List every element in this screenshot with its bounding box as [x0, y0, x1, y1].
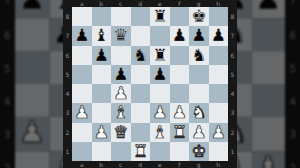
black-pawn-c5: ♟: [113, 65, 128, 82]
square-c6: [111, 46, 131, 65]
bg-rank-label-3: 3: [285, 117, 300, 150]
square-f3: ♟: [170, 103, 190, 122]
square-h4: [209, 84, 229, 103]
file-label-g: g: [189, 0, 209, 7]
square-a1: [72, 142, 92, 161]
square-b6: ♟: [92, 46, 112, 65]
bg-square-h5: [251, 51, 285, 84]
file-label-h: h: [209, 161, 229, 168]
bg-square-h7: ♟: [251, 0, 285, 17]
rank-label-7: 7: [63, 26, 72, 45]
square-h3: [209, 103, 229, 122]
bg-square-h2: ♟: [251, 151, 285, 168]
square-d2: [131, 123, 151, 142]
rank-label-5: 5: [228, 65, 237, 84]
square-c8: [111, 7, 131, 26]
white-king-g1: ♚: [191, 142, 206, 159]
rank-label-8: 8: [228, 7, 237, 26]
square-b4: [92, 84, 112, 103]
bg-white-pawn-h2: ♟: [255, 152, 281, 168]
rank-label-4: 4: [63, 84, 72, 103]
bg-rank-label-5: 5: [285, 51, 300, 84]
rank-label-6: 6: [63, 46, 72, 65]
white-pawn-e3: ♟: [152, 104, 167, 121]
rank-label-1: 1: [63, 142, 72, 161]
square-e3: ♟: [150, 103, 170, 122]
square-e6: ♜: [150, 46, 170, 65]
square-b8: [92, 7, 112, 26]
file-label-g: g: [189, 161, 209, 168]
rank-label-6: 6: [228, 46, 237, 65]
square-g4: [189, 84, 209, 103]
square-d6: ♞: [131, 46, 151, 65]
bg-square-a4: [15, 84, 49, 117]
file-label-h: h: [209, 0, 229, 7]
file-label-c: c: [111, 161, 131, 168]
square-h6: [209, 46, 229, 65]
square-h1: [209, 142, 229, 161]
square-c3: ♝: [111, 103, 131, 122]
file-label-d: d: [131, 0, 151, 7]
black-knight-g6: ♞: [191, 46, 206, 63]
white-pawn-a3: ♟: [74, 104, 89, 121]
file-label-a: a: [72, 161, 92, 168]
black-pawn-f7: ♟: [172, 27, 187, 44]
square-f5: [170, 65, 190, 84]
bg-rank-label-2: 2: [285, 151, 300, 168]
bg-rank-label-2: 2: [0, 151, 15, 168]
rank-label-3: 3: [228, 103, 237, 122]
black-bishop-b7: ♝: [94, 27, 109, 44]
bg-square-h6: [251, 17, 285, 50]
square-h8: [209, 7, 229, 26]
square-e8: ♜: [150, 7, 170, 26]
rank-label-8: 8: [63, 7, 72, 26]
square-d1: ♜: [131, 142, 151, 161]
square-h7: ♟: [209, 26, 229, 45]
file-label-d: d: [131, 161, 151, 168]
black-pawn-a7: ♟: [74, 27, 89, 44]
square-d8: [131, 7, 151, 26]
black-pawn-b6: ♟: [94, 46, 109, 63]
square-h2: ♟: [209, 123, 229, 142]
bg-square-a7: ♟: [15, 0, 49, 17]
white-pawn-f3: ♟: [172, 104, 187, 121]
bg-square-a6: [15, 17, 49, 50]
white-bishop-c3: ♝: [113, 104, 128, 121]
square-f2: ♜: [170, 123, 190, 142]
bg-rank-label-3: 3: [0, 117, 15, 150]
square-g6: ♞: [189, 46, 209, 65]
white-pawn-c4: ♟: [113, 85, 128, 102]
file-label-e: e: [150, 161, 170, 168]
bg-square-a2: [15, 151, 49, 168]
bg-square-h3: [251, 117, 285, 150]
black-rook-e8: ♜: [152, 8, 167, 25]
square-c1: [111, 142, 131, 161]
square-f8: [170, 7, 190, 26]
file-labels-top: abcdefgh: [72, 0, 228, 7]
square-d3: [131, 103, 151, 122]
bg-square-a5: [15, 51, 49, 84]
white-pawn-b2: ♟: [94, 123, 109, 140]
square-e2: ♝: [150, 123, 170, 142]
square-f4: [170, 84, 190, 103]
bg-square-a3: ♟: [15, 117, 49, 150]
rank-label-7: 7: [228, 26, 237, 45]
square-a3: ♟: [72, 103, 92, 122]
square-c5: ♟: [111, 65, 131, 84]
bg-rank-label-7: 7: [0, 0, 15, 17]
square-a6: [72, 46, 92, 65]
square-f7: ♟: [170, 26, 190, 45]
square-h5: [209, 65, 229, 84]
video-frame: abcdefghabcdefgh8765432187654321♜♚♟♝♛♟♟♟…: [0, 0, 300, 168]
bg-white-pawn-a3: ♟: [19, 118, 45, 147]
bg-rank-labels-left: 87654321: [0, 0, 15, 168]
square-b5: [92, 65, 112, 84]
bg-rank-label-6: 6: [0, 17, 15, 50]
square-d5: [131, 65, 151, 84]
square-f6: [170, 46, 190, 65]
black-king-g8: ♚: [191, 8, 206, 25]
bg-black-pawn-a7: ♟: [19, 0, 45, 15]
black-knight-d6: ♞: [133, 46, 148, 63]
square-g8: ♚: [189, 7, 209, 26]
white-pawn-h2: ♟: [211, 123, 226, 140]
black-pawn-h7: ♟: [211, 27, 226, 44]
square-d7: [131, 26, 151, 45]
bg-square-h4: [251, 84, 285, 117]
square-g7: ♟: [189, 26, 209, 45]
bg-black-pawn-h7: ♟: [255, 0, 281, 15]
file-label-e: e: [150, 0, 170, 7]
white-knight-g3: ♞: [191, 104, 206, 121]
square-a5: [72, 65, 92, 84]
square-c2: ♛: [111, 123, 131, 142]
square-e7: [150, 26, 170, 45]
bg-rank-label-6: 6: [285, 17, 300, 50]
square-g3: ♞: [189, 103, 209, 122]
rank-label-2: 2: [228, 123, 237, 142]
rank-label-4: 4: [228, 84, 237, 103]
rank-label-5: 5: [63, 65, 72, 84]
square-g1: ♚: [189, 142, 209, 161]
file-label-f: f: [170, 161, 190, 168]
square-a7: ♟: [72, 26, 92, 45]
white-bishop-e2: ♝: [152, 123, 167, 140]
square-c7: ♛: [111, 26, 131, 45]
white-queen-c2: ♛: [113, 123, 128, 140]
square-e1: [150, 142, 170, 161]
board-squares: ♜♚♟♝♛♟♟♟♟♞♜♞♟♟♟♟♝♟♟♞♟♛♝♜♟♟♜♚: [72, 7, 228, 161]
square-a2: [72, 123, 92, 142]
square-c4: ♟: [111, 84, 131, 103]
rank-labels-right: 87654321: [228, 7, 237, 161]
square-g2: ♟: [189, 123, 209, 142]
square-e4: [150, 84, 170, 103]
white-rook-f2: ♜: [172, 123, 187, 140]
square-b7: ♝: [92, 26, 112, 45]
bg-rank-label-5: 5: [0, 51, 15, 84]
bg-rank-labels-right: 87654321: [285, 0, 300, 168]
file-label-b: b: [92, 0, 112, 7]
rank-label-1: 1: [228, 142, 237, 161]
file-labels-bottom: abcdefgh: [72, 161, 228, 168]
square-b3: [92, 103, 112, 122]
chess-board: abcdefghabcdefgh8765432187654321♜♚♟♝♛♟♟♟…: [63, 0, 237, 168]
rank-label-2: 2: [63, 123, 72, 142]
black-queen-c7: ♛: [113, 27, 128, 44]
square-b2: ♟: [92, 123, 112, 142]
square-f1: [170, 142, 190, 161]
bg-rank-label-7: 7: [285, 0, 300, 17]
file-label-c: c: [111, 0, 131, 7]
square-a4: [72, 84, 92, 103]
square-g5: [189, 65, 209, 84]
square-a8: [72, 7, 92, 26]
black-rook-e6: ♜: [152, 46, 167, 63]
square-e5: ♟: [150, 65, 170, 84]
bg-rank-label-4: 4: [285, 84, 300, 117]
square-d4: [131, 84, 151, 103]
white-pawn-g2: ♟: [191, 123, 206, 140]
white-rook-d1: ♜: [133, 142, 148, 159]
rank-labels-left: 87654321: [63, 7, 72, 161]
black-pawn-g7: ♟: [191, 27, 206, 44]
bg-rank-label-4: 4: [0, 84, 15, 117]
square-b1: [92, 142, 112, 161]
video-content-strip: abcdefghabcdefgh8765432187654321♜♚♟♝♛♟♟♟…: [63, 0, 237, 168]
black-pawn-e5: ♟: [152, 65, 167, 82]
rank-label-3: 3: [63, 103, 72, 122]
file-label-b: b: [92, 161, 112, 168]
file-label-a: a: [72, 0, 92, 7]
file-label-f: f: [170, 0, 190, 7]
